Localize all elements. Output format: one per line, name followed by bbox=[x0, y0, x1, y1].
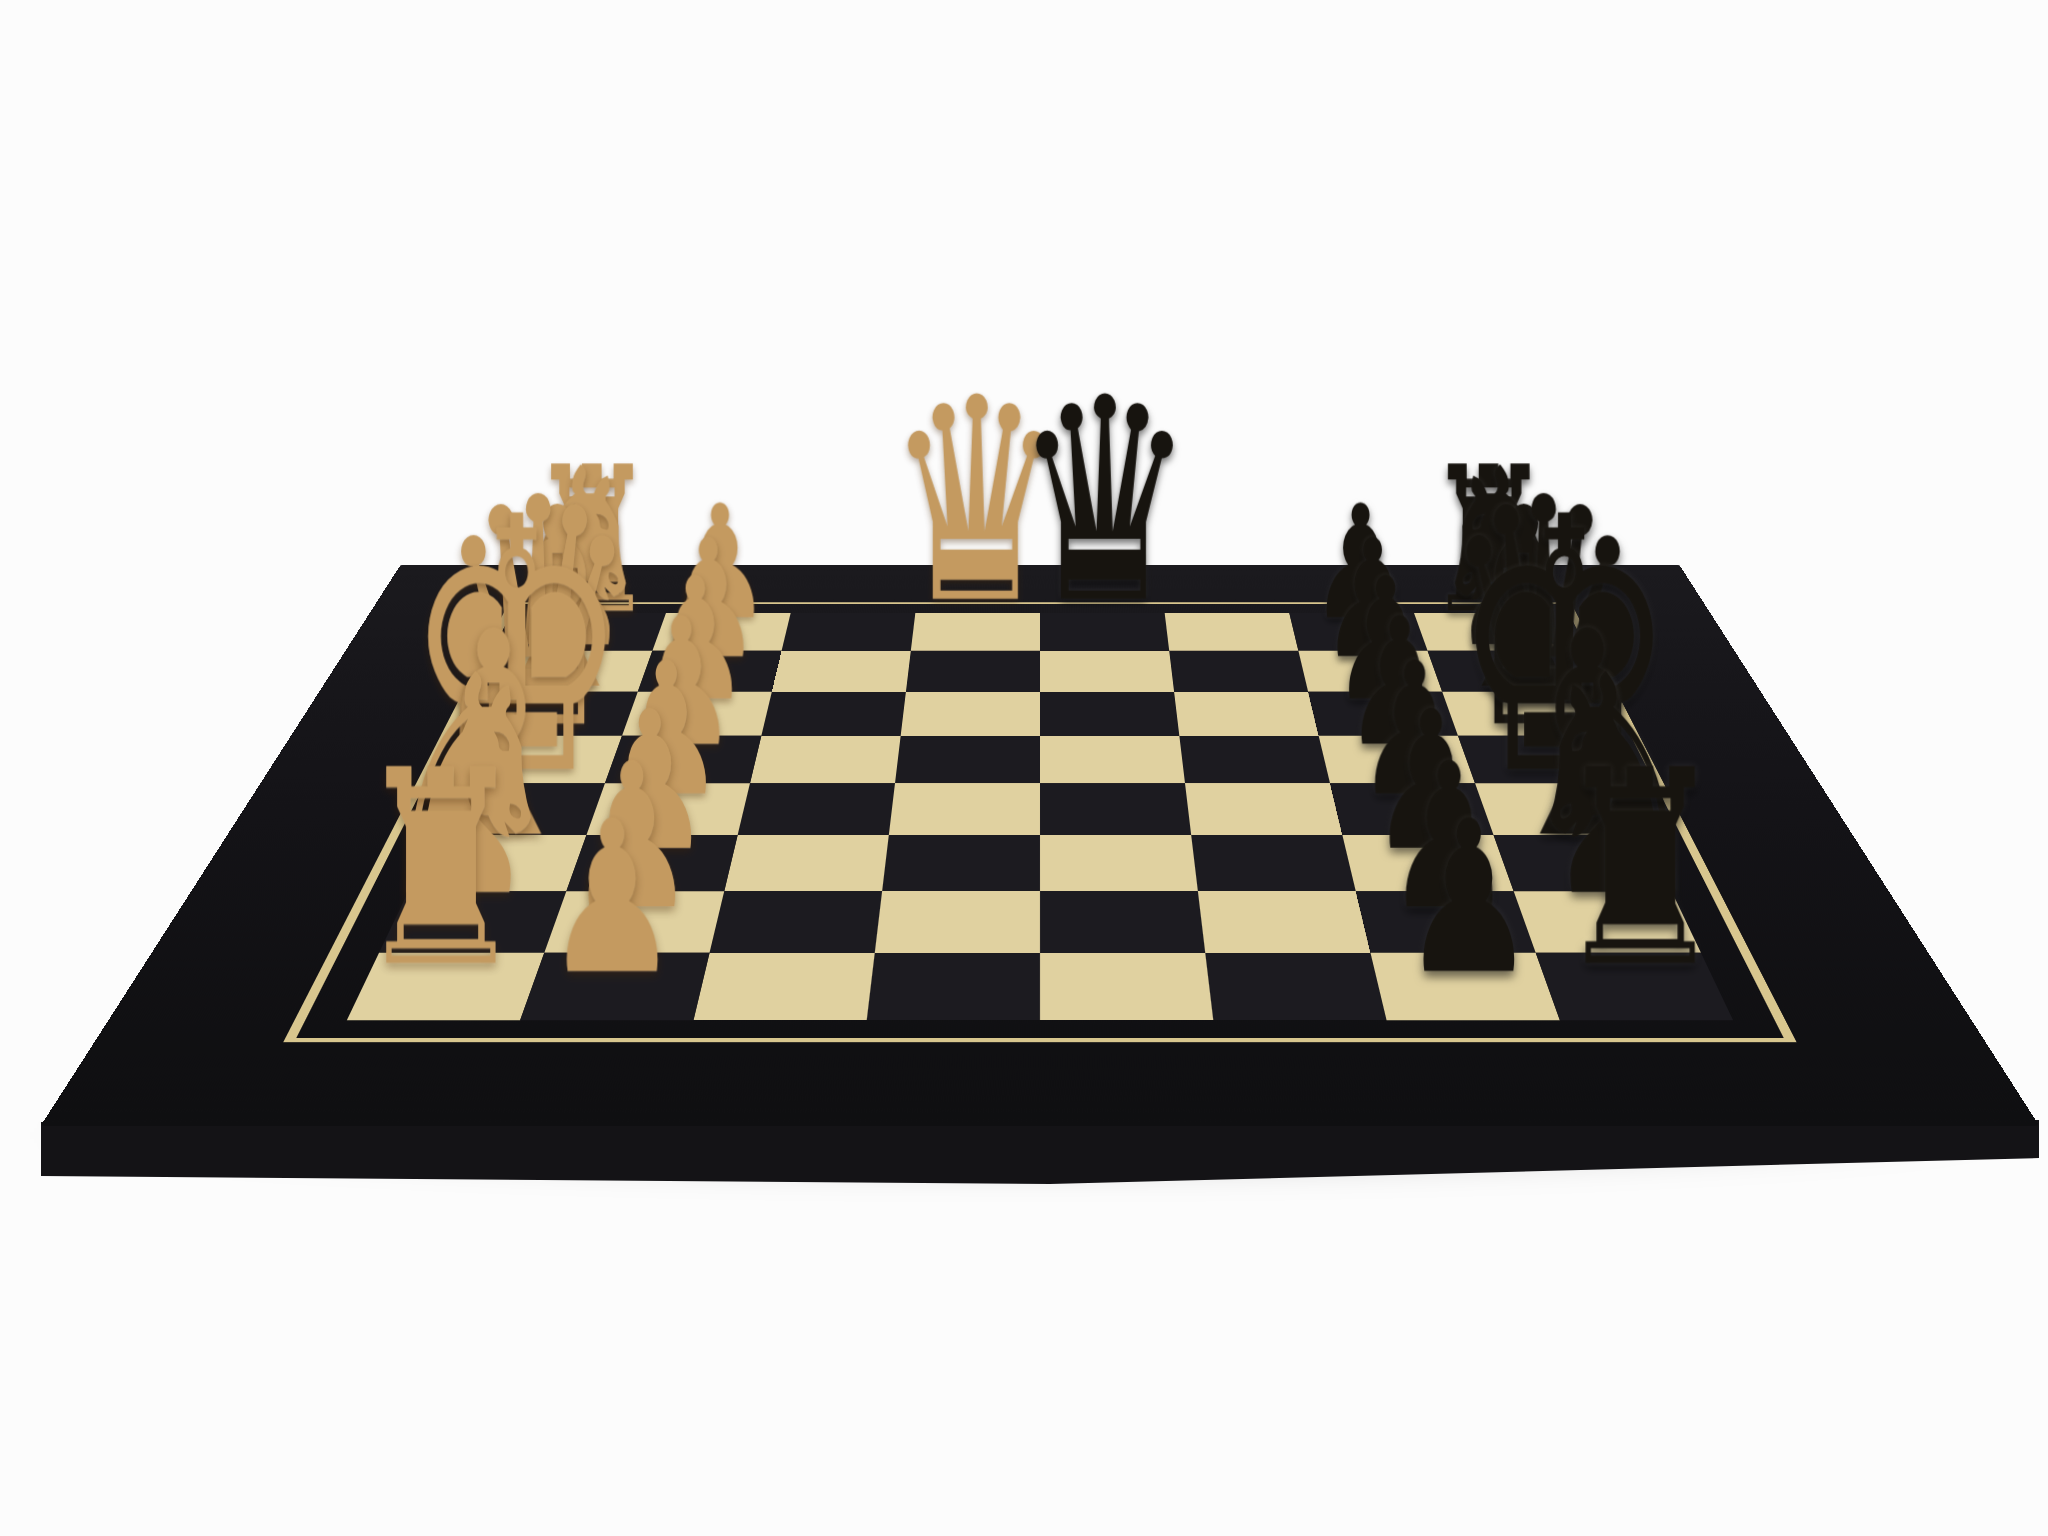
square-c3 bbox=[724, 835, 889, 891]
square-f4 bbox=[1185, 783, 1342, 835]
square-d2 bbox=[875, 891, 1040, 953]
chessboard-3d-wrapper: ♜♟♛♛♟♜♞♟♟♞♝♟♟♝♛♟♟♛♚♟♟♚♝♟♟♝♞♟♟♞♜♟♟♜ bbox=[260, 4, 1820, 1536]
square-e2 bbox=[1040, 891, 1205, 953]
black-pawn-g1: ♟ bbox=[1400, 794, 1536, 1004]
square-c2 bbox=[710, 891, 883, 953]
square-d3 bbox=[882, 835, 1040, 891]
square-e8: ♛ bbox=[1040, 613, 1169, 651]
product-photo-scene: ♜♟♛♛♟♜♞♟♟♞♝♟♟♝♛♟♟♛♚♟♟♚♝♟♟♝♞♟♟♞♜♟♟♜ bbox=[0, 0, 2048, 1536]
square-d7 bbox=[906, 651, 1040, 692]
square-c1 bbox=[693, 953, 874, 1020]
white-pawn-b1: ♟ bbox=[544, 794, 680, 1004]
square-d4 bbox=[889, 783, 1040, 835]
square-e1 bbox=[1040, 953, 1213, 1020]
board-squares-grid: ♜♟♛♛♟♜♞♟♟♞♝♟♟♝♛♟♟♛♚♟♟♚♝♟♟♝♞♟♟♞♜♟♟♜ bbox=[347, 613, 1733, 1020]
square-h1: ♜ bbox=[1536, 953, 1733, 1020]
square-d6 bbox=[901, 692, 1040, 736]
black-rook-h1: ♜ bbox=[1553, 734, 1727, 1003]
square-b1: ♟ bbox=[520, 953, 709, 1020]
square-e3 bbox=[1040, 835, 1198, 891]
square-d1 bbox=[867, 953, 1040, 1020]
square-e7 bbox=[1040, 651, 1174, 692]
black-queen-extra-e8: ♛ bbox=[1013, 361, 1194, 642]
square-c4 bbox=[738, 783, 895, 835]
square-e4 bbox=[1040, 783, 1191, 835]
square-c7 bbox=[772, 651, 911, 692]
square-e6 bbox=[1040, 692, 1179, 736]
square-f1 bbox=[1205, 953, 1386, 1020]
square-f5 bbox=[1179, 736, 1330, 784]
square-f3 bbox=[1191, 835, 1356, 891]
chessboard: ♜♟♛♛♟♜♞♟♟♞♝♟♟♝♛♟♟♛♚♟♟♚♝♟♟♝♞♟♟♞♜♟♟♜ bbox=[41, 565, 2040, 1126]
square-g1: ♟ bbox=[1370, 953, 1559, 1020]
square-d5 bbox=[895, 736, 1040, 784]
square-f7 bbox=[1169, 651, 1308, 692]
square-a1: ♜ bbox=[347, 953, 544, 1020]
square-c5 bbox=[750, 736, 901, 784]
white-rook-a1: ♜ bbox=[353, 734, 527, 1003]
square-e5 bbox=[1040, 736, 1185, 784]
square-c6 bbox=[761, 692, 906, 736]
square-f6 bbox=[1174, 692, 1319, 736]
square-f2 bbox=[1198, 891, 1371, 953]
